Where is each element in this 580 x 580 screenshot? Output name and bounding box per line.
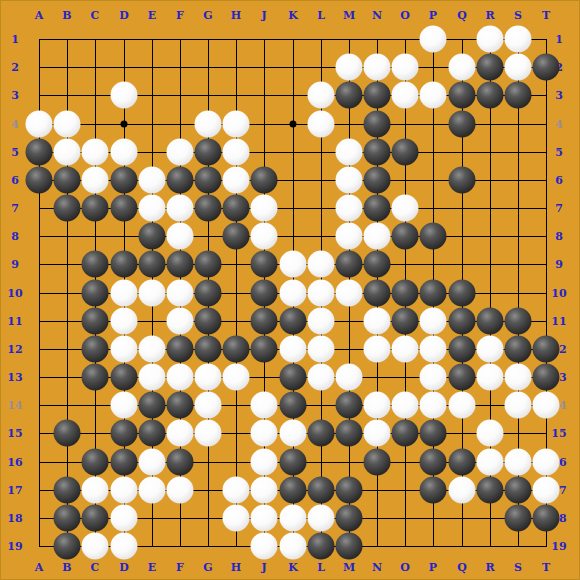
- white-stone-N2[interactable]: [364, 54, 391, 81]
- black-stone-R17[interactable]: [477, 477, 504, 504]
- row-label-left: 14: [7, 400, 22, 411]
- row-label-left: 2: [11, 62, 19, 73]
- white-stone-J18[interactable]: [251, 505, 278, 532]
- white-stone-A4[interactable]: [26, 111, 53, 138]
- black-stone-C18[interactable]: [82, 505, 109, 532]
- row-label-right: 5: [555, 147, 563, 158]
- column-label-bottom: J: [261, 562, 266, 573]
- white-stone-L10[interactable]: [308, 280, 335, 307]
- white-stone-G14[interactable]: [195, 392, 222, 419]
- black-stone-N5[interactable]: [364, 139, 391, 166]
- column-label-top: B: [62, 10, 71, 21]
- black-stone-P16[interactable]: [420, 449, 447, 476]
- white-stone-J17[interactable]: [251, 477, 278, 504]
- white-stone-F17[interactable]: [167, 477, 194, 504]
- column-label-bottom: S: [514, 562, 522, 573]
- black-stone-A5[interactable]: [26, 139, 53, 166]
- white-stone-Q2[interactable]: [449, 54, 476, 81]
- column-label-top: A: [35, 10, 44, 21]
- black-stone-C11[interactable]: [82, 308, 109, 335]
- black-stone-M17[interactable]: [336, 477, 363, 504]
- column-label-bottom: C: [91, 562, 100, 573]
- black-stone-J6[interactable]: [251, 167, 278, 194]
- black-stone-J12[interactable]: [251, 336, 278, 363]
- black-stone-F6[interactable]: [167, 167, 194, 194]
- white-stone-M5[interactable]: [336, 139, 363, 166]
- black-stone-D7[interactable]: [111, 195, 138, 222]
- white-stone-T17[interactable]: [533, 477, 560, 504]
- row-label-left: 19: [7, 541, 22, 552]
- black-stone-G5[interactable]: [195, 139, 222, 166]
- white-stone-P12[interactable]: [420, 336, 447, 363]
- black-stone-M15[interactable]: [336, 420, 363, 447]
- black-stone-T12[interactable]: [533, 336, 560, 363]
- column-label-top: G: [203, 10, 212, 21]
- black-stone-H7[interactable]: [223, 195, 250, 222]
- white-stone-F5[interactable]: [167, 139, 194, 166]
- white-stone-J8[interactable]: [251, 223, 278, 250]
- black-stone-F12[interactable]: [167, 336, 194, 363]
- black-stone-O15[interactable]: [392, 420, 419, 447]
- black-stone-G6[interactable]: [195, 167, 222, 194]
- row-label-left: 1: [11, 34, 19, 45]
- black-stone-B19[interactable]: [54, 533, 81, 560]
- white-stone-M10[interactable]: [336, 280, 363, 307]
- white-stone-P14[interactable]: [420, 392, 447, 419]
- black-stone-C7[interactable]: [82, 195, 109, 222]
- black-stone-N7[interactable]: [364, 195, 391, 222]
- black-stone-O11[interactable]: [392, 308, 419, 335]
- white-stone-H17[interactable]: [223, 477, 250, 504]
- white-stone-Q14[interactable]: [449, 392, 476, 419]
- black-stone-L19[interactable]: [308, 533, 335, 560]
- white-stone-J14[interactable]: [251, 392, 278, 419]
- black-stone-N6[interactable]: [364, 167, 391, 194]
- black-stone-Q4[interactable]: [449, 111, 476, 138]
- white-stone-F15[interactable]: [167, 420, 194, 447]
- row-label-left: 3: [11, 90, 19, 101]
- white-stone-K18[interactable]: [280, 505, 307, 532]
- black-stone-G7[interactable]: [195, 195, 222, 222]
- black-stone-Q10[interactable]: [449, 280, 476, 307]
- black-stone-T13[interactable]: [533, 364, 560, 391]
- row-label-right: 6: [555, 175, 563, 186]
- column-label-bottom: T: [542, 562, 550, 573]
- row-label-left: 5: [11, 147, 19, 158]
- column-label-top: L: [317, 10, 325, 21]
- column-label-bottom: F: [176, 562, 184, 573]
- black-stone-C12[interactable]: [82, 336, 109, 363]
- black-stone-P15[interactable]: [420, 420, 447, 447]
- white-stone-L3[interactable]: [308, 82, 335, 109]
- black-stone-E15[interactable]: [139, 420, 166, 447]
- white-stone-K10[interactable]: [280, 280, 307, 307]
- white-stone-D14[interactable]: [111, 392, 138, 419]
- white-stone-L13[interactable]: [308, 364, 335, 391]
- white-stone-K15[interactable]: [280, 420, 307, 447]
- column-label-top: C: [91, 10, 100, 21]
- black-stone-T18[interactable]: [533, 505, 560, 532]
- black-stone-P17[interactable]: [420, 477, 447, 504]
- black-stone-R2[interactable]: [477, 54, 504, 81]
- black-stone-Q16[interactable]: [449, 449, 476, 476]
- column-label-top: R: [485, 10, 494, 21]
- column-label-top: J: [261, 10, 266, 21]
- black-stone-S3[interactable]: [505, 82, 532, 109]
- white-stone-M7[interactable]: [336, 195, 363, 222]
- black-stone-P8[interactable]: [420, 223, 447, 250]
- black-stone-L17[interactable]: [308, 477, 335, 504]
- white-stone-O7[interactable]: [392, 195, 419, 222]
- column-label-bottom: E: [148, 562, 156, 573]
- white-stone-N12[interactable]: [364, 336, 391, 363]
- white-stone-K19[interactable]: [280, 533, 307, 560]
- white-stone-S2[interactable]: [505, 54, 532, 81]
- white-stone-O12[interactable]: [392, 336, 419, 363]
- white-stone-C6[interactable]: [82, 167, 109, 194]
- black-stone-B15[interactable]: [54, 420, 81, 447]
- white-stone-H6[interactable]: [223, 167, 250, 194]
- column-label-top: T: [542, 10, 550, 21]
- black-stone-P10[interactable]: [420, 280, 447, 307]
- white-stone-P1[interactable]: [420, 26, 447, 53]
- black-stone-K17[interactable]: [280, 477, 307, 504]
- white-stone-F11[interactable]: [167, 308, 194, 335]
- black-stone-S12[interactable]: [505, 336, 532, 363]
- white-stone-D18[interactable]: [111, 505, 138, 532]
- row-label-left: 11: [7, 316, 22, 327]
- black-stone-J10[interactable]: [251, 280, 278, 307]
- white-stone-F7[interactable]: [167, 195, 194, 222]
- black-stone-Q11[interactable]: [449, 308, 476, 335]
- black-stone-F14[interactable]: [167, 392, 194, 419]
- white-stone-D11[interactable]: [111, 308, 138, 335]
- column-label-bottom: A: [35, 562, 44, 573]
- black-stone-S11[interactable]: [505, 308, 532, 335]
- white-stone-P3[interactable]: [420, 82, 447, 109]
- black-stone-S18[interactable]: [505, 505, 532, 532]
- white-stone-D3[interactable]: [111, 82, 138, 109]
- row-label-right: 4: [555, 119, 563, 130]
- black-stone-B17[interactable]: [54, 477, 81, 504]
- black-stone-E14[interactable]: [139, 392, 166, 419]
- white-stone-L12[interactable]: [308, 336, 335, 363]
- row-label-right: 10: [551, 288, 566, 299]
- white-stone-S1[interactable]: [505, 26, 532, 53]
- row-label-left: 13: [7, 372, 22, 383]
- white-stone-R1[interactable]: [477, 26, 504, 53]
- white-stone-D12[interactable]: [111, 336, 138, 363]
- white-stone-R15[interactable]: [477, 420, 504, 447]
- column-label-bottom: L: [317, 562, 325, 573]
- black-stone-E9[interactable]: [139, 251, 166, 278]
- row-label-left: 7: [11, 203, 19, 214]
- white-stone-Q17[interactable]: [449, 477, 476, 504]
- black-stone-Q12[interactable]: [449, 336, 476, 363]
- black-stone-S17[interactable]: [505, 477, 532, 504]
- black-stone-D16[interactable]: [111, 449, 138, 476]
- black-stone-C9[interactable]: [82, 251, 109, 278]
- white-stone-O14[interactable]: [392, 392, 419, 419]
- column-label-top: E: [148, 10, 156, 21]
- column-label-top: K: [288, 10, 298, 21]
- white-stone-E6[interactable]: [139, 167, 166, 194]
- black-stone-A6[interactable]: [26, 167, 53, 194]
- row-label-right: 8: [555, 231, 563, 242]
- black-stone-B18[interactable]: [54, 505, 81, 532]
- white-stone-O2[interactable]: [392, 54, 419, 81]
- white-stone-H13[interactable]: [223, 364, 250, 391]
- white-stone-B4[interactable]: [54, 111, 81, 138]
- white-stone-E17[interactable]: [139, 477, 166, 504]
- star-point: [290, 121, 297, 128]
- white-stone-E10[interactable]: [139, 280, 166, 307]
- black-stone-D6[interactable]: [111, 167, 138, 194]
- white-stone-T16[interactable]: [533, 449, 560, 476]
- column-label-top: M: [343, 10, 355, 21]
- black-stone-Q13[interactable]: [449, 364, 476, 391]
- white-stone-M8[interactable]: [336, 223, 363, 250]
- row-label-left: 15: [7, 428, 22, 439]
- row-label-left: 10: [7, 288, 22, 299]
- white-stone-E13[interactable]: [139, 364, 166, 391]
- row-label-right: 3: [555, 90, 563, 101]
- column-label-top: S: [514, 10, 522, 21]
- black-stone-M18[interactable]: [336, 505, 363, 532]
- row-label-left: 12: [7, 344, 22, 355]
- black-stone-F16[interactable]: [167, 449, 194, 476]
- white-stone-B5[interactable]: [54, 139, 81, 166]
- black-stone-D15[interactable]: [111, 420, 138, 447]
- white-stone-N8[interactable]: [364, 223, 391, 250]
- white-stone-S14[interactable]: [505, 392, 532, 419]
- black-stone-M19[interactable]: [336, 533, 363, 560]
- black-stone-H8[interactable]: [223, 223, 250, 250]
- white-stone-K9[interactable]: [280, 251, 307, 278]
- column-label-bottom: M: [343, 562, 355, 573]
- white-stone-G4[interactable]: [195, 111, 222, 138]
- column-label-bottom: G: [203, 562, 212, 573]
- black-stone-O5[interactable]: [392, 139, 419, 166]
- black-stone-T2[interactable]: [533, 54, 560, 81]
- row-label-right: 7: [555, 203, 563, 214]
- white-stone-J7[interactable]: [251, 195, 278, 222]
- black-stone-D9[interactable]: [111, 251, 138, 278]
- white-stone-H5[interactable]: [223, 139, 250, 166]
- black-stone-L15[interactable]: [308, 420, 335, 447]
- black-stone-G9[interactable]: [195, 251, 222, 278]
- white-stone-C17[interactable]: [82, 477, 109, 504]
- row-label-right: 11: [551, 316, 566, 327]
- white-stone-H18[interactable]: [223, 505, 250, 532]
- black-stone-J11[interactable]: [251, 308, 278, 335]
- column-label-bottom: R: [485, 562, 494, 573]
- black-stone-R3[interactable]: [477, 82, 504, 109]
- white-stone-C5[interactable]: [82, 139, 109, 166]
- white-stone-J19[interactable]: [251, 533, 278, 560]
- column-label-bottom: B: [62, 562, 71, 573]
- row-label-right: 9: [555, 259, 563, 270]
- black-stone-M14[interactable]: [336, 392, 363, 419]
- white-stone-R13[interactable]: [477, 364, 504, 391]
- white-stone-S13[interactable]: [505, 364, 532, 391]
- white-stone-D5[interactable]: [111, 139, 138, 166]
- black-stone-E8[interactable]: [139, 223, 166, 250]
- white-stone-E7[interactable]: [139, 195, 166, 222]
- black-stone-O10[interactable]: [392, 280, 419, 307]
- white-stone-T14[interactable]: [533, 392, 560, 419]
- white-stone-L18[interactable]: [308, 505, 335, 532]
- column-label-top: Q: [457, 10, 467, 21]
- column-label-bottom: P: [429, 562, 437, 573]
- black-stone-C10[interactable]: [82, 280, 109, 307]
- row-label-left: 17: [7, 485, 22, 496]
- column-label-bottom: K: [288, 562, 298, 573]
- white-stone-N14[interactable]: [364, 392, 391, 419]
- white-stone-G15[interactable]: [195, 420, 222, 447]
- black-stone-N10[interactable]: [364, 280, 391, 307]
- white-stone-C19[interactable]: [82, 533, 109, 560]
- row-label-left: 6: [11, 175, 19, 186]
- white-stone-S16[interactable]: [505, 449, 532, 476]
- black-stone-M9[interactable]: [336, 251, 363, 278]
- white-stone-M6[interactable]: [336, 167, 363, 194]
- row-label-left: 4: [11, 119, 19, 130]
- black-stone-K13[interactable]: [280, 364, 307, 391]
- white-stone-F10[interactable]: [167, 280, 194, 307]
- white-stone-H4[interactable]: [223, 111, 250, 138]
- column-label-bottom: D: [119, 562, 129, 573]
- black-stone-D13[interactable]: [111, 364, 138, 391]
- black-stone-H12[interactable]: [223, 336, 250, 363]
- column-label-bottom: O: [400, 562, 410, 573]
- black-stone-J9[interactable]: [251, 251, 278, 278]
- white-stone-E12[interactable]: [139, 336, 166, 363]
- column-label-top: F: [176, 10, 184, 21]
- row-label-left: 16: [7, 457, 22, 468]
- black-stone-N3[interactable]: [364, 82, 391, 109]
- white-stone-D19[interactable]: [111, 533, 138, 560]
- white-stone-G13[interactable]: [195, 364, 222, 391]
- black-stone-G12[interactable]: [195, 336, 222, 363]
- black-stone-K16[interactable]: [280, 449, 307, 476]
- column-label-top: O: [400, 10, 410, 21]
- column-label-bottom: Q: [457, 562, 467, 573]
- row-label-right: 15: [551, 428, 566, 439]
- white-stone-N11[interactable]: [364, 308, 391, 335]
- black-stone-Q6[interactable]: [449, 167, 476, 194]
- black-stone-Q3[interactable]: [449, 82, 476, 109]
- white-stone-O3[interactable]: [392, 82, 419, 109]
- row-label-right: 1: [555, 34, 563, 45]
- white-stone-M2[interactable]: [336, 54, 363, 81]
- black-stone-F9[interactable]: [167, 251, 194, 278]
- white-stone-F8[interactable]: [167, 223, 194, 250]
- white-stone-L11[interactable]: [308, 308, 335, 335]
- white-stone-D17[interactable]: [111, 477, 138, 504]
- row-label-left: 8: [11, 231, 19, 242]
- white-stone-L4[interactable]: [308, 111, 335, 138]
- black-stone-B7[interactable]: [54, 195, 81, 222]
- row-label-left: 18: [7, 513, 22, 524]
- white-stone-N15[interactable]: [364, 420, 391, 447]
- white-stone-P13[interactable]: [420, 364, 447, 391]
- black-stone-M3[interactable]: [336, 82, 363, 109]
- white-stone-M13[interactable]: [336, 364, 363, 391]
- column-label-top: D: [119, 10, 129, 21]
- black-stone-N16[interactable]: [364, 449, 391, 476]
- black-stone-K11[interactable]: [280, 308, 307, 335]
- black-stone-N9[interactable]: [364, 251, 391, 278]
- black-stone-R11[interactable]: [477, 308, 504, 335]
- column-label-top: N: [372, 10, 382, 21]
- white-stone-K12[interactable]: [280, 336, 307, 363]
- white-stone-P11[interactable]: [420, 308, 447, 335]
- row-label-right: 19: [551, 541, 566, 552]
- white-stone-L9[interactable]: [308, 251, 335, 278]
- white-stone-J15[interactable]: [251, 420, 278, 447]
- row-label-left: 9: [11, 259, 19, 270]
- column-label-top: H: [231, 10, 241, 21]
- black-stone-N4[interactable]: [364, 111, 391, 138]
- column-label-bottom: N: [372, 562, 382, 573]
- white-stone-F13[interactable]: [167, 364, 194, 391]
- black-stone-O8[interactable]: [392, 223, 419, 250]
- column-label-bottom: H: [231, 562, 241, 573]
- white-stone-J16[interactable]: [251, 449, 278, 476]
- white-stone-D10[interactable]: [111, 280, 138, 307]
- black-stone-G10[interactable]: [195, 280, 222, 307]
- black-stone-C16[interactable]: [82, 449, 109, 476]
- black-stone-K14[interactable]: [280, 392, 307, 419]
- white-stone-E16[interactable]: [139, 449, 166, 476]
- black-stone-B6[interactable]: [54, 167, 81, 194]
- black-stone-G11[interactable]: [195, 308, 222, 335]
- white-stone-R16[interactable]: [477, 449, 504, 476]
- star-point: [121, 121, 128, 128]
- go-board-app: AABBCCDDEEFFGGHHJJKKLLMMNNOOPPQQRRSSTT11…: [0, 0, 580, 580]
- column-label-top: P: [429, 10, 437, 21]
- black-stone-C13[interactable]: [82, 364, 109, 391]
- white-stone-R12[interactable]: [477, 336, 504, 363]
